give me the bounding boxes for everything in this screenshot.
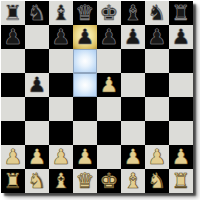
square-h8[interactable]: ♜ [169, 1, 193, 25]
square-g4[interactable] [145, 97, 169, 121]
square-e3[interactable] [97, 121, 121, 145]
square-h2[interactable]: ♟ [169, 145, 193, 169]
piece-black-rook: ♜ [172, 1, 191, 25]
piece-white-pawn: ♟ [4, 145, 23, 169]
square-e1[interactable]: ♚ [97, 169, 121, 193]
square-f1[interactable]: ♝ [121, 169, 145, 193]
piece-white-rook: ♜ [172, 169, 191, 193]
piece-black-pawn: ♟ [100, 25, 119, 49]
piece-black-knight: ♞ [148, 1, 167, 25]
piece-white-pawn: ♟ [76, 145, 95, 169]
square-g6[interactable] [145, 49, 169, 73]
square-b2[interactable]: ♟ [25, 145, 49, 169]
piece-white-pawn: ♟ [172, 145, 191, 169]
piece-black-pawn: ♟ [28, 73, 47, 97]
piece-black-pawn: ♟ [76, 25, 95, 49]
piece-white-bishop: ♝ [124, 169, 143, 193]
piece-white-pawn: ♟ [52, 145, 71, 169]
piece-white-pawn: ♟ [124, 145, 143, 169]
square-b4[interactable] [25, 97, 49, 121]
square-c8[interactable]: ♝ [49, 1, 73, 25]
piece-white-pawn: ♟ [28, 145, 47, 169]
piece-white-bishop: ♝ [52, 169, 71, 193]
square-g1[interactable]: ♞ [145, 169, 169, 193]
piece-white-rook: ♜ [4, 169, 23, 193]
piece-black-rook: ♜ [4, 1, 23, 25]
piece-black-pawn: ♟ [52, 25, 71, 49]
square-a1[interactable]: ♜ [1, 169, 25, 193]
piece-white-knight: ♞ [148, 169, 167, 193]
piece-white-pawn: ♟ [148, 145, 167, 169]
chess-app-window: ♜♞♝♛♚♝♞♜♟♟♟♟♟♟♟♟♟♟♟♟♟♟♟♟♜♞♝♛♚♝♞♜ [0, 0, 200, 200]
piece-black-pawn: ♟ [4, 25, 23, 49]
piece-white-queen: ♛ [76, 169, 95, 193]
square-c6[interactable] [49, 49, 73, 73]
square-f5[interactable] [121, 73, 145, 97]
square-h6[interactable] [169, 49, 193, 73]
piece-white-knight: ♞ [28, 169, 47, 193]
square-d4[interactable] [73, 97, 97, 121]
square-c3[interactable] [49, 121, 73, 145]
square-d1[interactable]: ♛ [73, 169, 97, 193]
square-e5[interactable]: ♟ [97, 73, 121, 97]
square-f2[interactable]: ♟ [121, 145, 145, 169]
piece-black-knight: ♞ [28, 1, 47, 25]
square-a8[interactable]: ♜ [1, 1, 25, 25]
piece-black-queen: ♛ [76, 1, 95, 25]
square-f6[interactable] [121, 49, 145, 73]
piece-black-bishop: ♝ [124, 1, 143, 25]
square-e8[interactable]: ♚ [97, 1, 121, 25]
square-e4[interactable] [97, 97, 121, 121]
square-g5[interactable] [145, 73, 169, 97]
square-a3[interactable] [1, 121, 25, 145]
square-d8[interactable]: ♛ [73, 1, 97, 25]
square-b1[interactable]: ♞ [25, 169, 49, 193]
piece-white-king: ♚ [100, 169, 119, 193]
square-b8[interactable]: ♞ [25, 1, 49, 25]
square-c1[interactable]: ♝ [49, 169, 73, 193]
square-h5[interactable] [169, 73, 193, 97]
square-e2[interactable] [97, 145, 121, 169]
square-c4[interactable] [49, 97, 73, 121]
square-g3[interactable] [145, 121, 169, 145]
piece-black-king: ♚ [100, 1, 119, 25]
square-g2[interactable]: ♟ [145, 145, 169, 169]
square-g7[interactable]: ♟ [145, 25, 169, 49]
square-h7[interactable]: ♟ [169, 25, 193, 49]
square-a7[interactable]: ♟ [1, 25, 25, 49]
square-f7[interactable]: ♟ [121, 25, 145, 49]
piece-black-pawn: ♟ [148, 25, 167, 49]
square-f3[interactable] [121, 121, 145, 145]
square-h1[interactable]: ♜ [169, 169, 193, 193]
square-b3[interactable] [25, 121, 49, 145]
square-a4[interactable] [1, 97, 25, 121]
square-d5[interactable] [73, 73, 97, 97]
square-d6[interactable] [73, 49, 97, 73]
square-c2[interactable]: ♟ [49, 145, 73, 169]
square-h4[interactable] [169, 97, 193, 121]
square-b5[interactable]: ♟ [25, 73, 49, 97]
square-d2[interactable]: ♟ [73, 145, 97, 169]
square-b7[interactable] [25, 25, 49, 49]
square-e6[interactable] [97, 49, 121, 73]
piece-black-pawn: ♟ [172, 25, 191, 49]
chess-board: ♜♞♝♛♚♝♞♜♟♟♟♟♟♟♟♟♟♟♟♟♟♟♟♟♜♞♝♛♚♝♞♜ [1, 1, 193, 193]
square-c5[interactable] [49, 73, 73, 97]
square-d7[interactable]: ♟ [73, 25, 97, 49]
square-a5[interactable] [1, 73, 25, 97]
square-f4[interactable] [121, 97, 145, 121]
piece-white-pawn: ♟ [100, 73, 119, 97]
square-e7[interactable]: ♟ [97, 25, 121, 49]
square-h3[interactable] [169, 121, 193, 145]
square-f8[interactable]: ♝ [121, 1, 145, 25]
square-d3[interactable] [73, 121, 97, 145]
square-a6[interactable] [1, 49, 25, 73]
piece-black-pawn: ♟ [124, 25, 143, 49]
piece-black-bishop: ♝ [52, 1, 71, 25]
square-c7[interactable]: ♟ [49, 25, 73, 49]
square-b6[interactable] [25, 49, 49, 73]
square-g8[interactable]: ♞ [145, 1, 169, 25]
square-a2[interactable]: ♟ [1, 145, 25, 169]
